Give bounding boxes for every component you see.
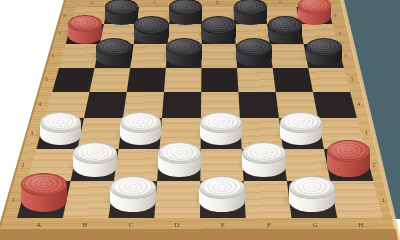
piece-black-f6[interactable] [236,38,272,66]
file-label-top-e: E [216,1,219,6]
piece-black-h6[interactable] [306,38,342,66]
piece-white-g1[interactable] [289,176,335,212]
rank-label-right-1: 1 [382,196,385,203]
file-label-top-g: G [279,1,282,6]
piece-white-d2[interactable] [158,142,202,176]
piece-top [199,176,245,199]
file-label-bottom-c: C [129,221,134,228]
piece-black-b6[interactable] [96,38,132,66]
piece-white-c3[interactable] [120,112,161,145]
rank-label-left-7: 7 [58,32,60,37]
piece-black-d6[interactable] [166,38,202,66]
rank-label-right-6: 6 [345,54,347,59]
piece-top [234,0,267,15]
piece-white-c1[interactable] [110,176,156,212]
rank-label-left-2: 2 [21,162,24,168]
piece-white-a3[interactable] [40,112,81,145]
piece-red-a1[interactable] [21,173,67,212]
scene: AABBCCDDEEFFGGHH8877665544332211 [0,0,400,240]
piece-white-b2[interactable] [73,142,117,176]
rank-label-left-5: 5 [45,77,48,82]
piece-red-h8[interactable] [298,0,331,25]
file-label-bottom-d: D [174,221,179,228]
piece-black-f8[interactable] [234,0,267,25]
file-label-top-c: C [153,1,156,6]
piece-top [289,176,335,199]
piece-top [40,112,81,133]
piece-top [201,16,235,33]
file-label-bottom-g: G [312,221,317,228]
piece-top [166,38,202,56]
rank-label-right-5: 5 [351,77,354,82]
piece-top [134,16,168,33]
rank-label-left-8: 8 [64,13,66,17]
piece-black-d8[interactable] [169,0,202,25]
piece-black-b8[interactable] [105,0,138,25]
file-label-bottom-f: F [267,221,271,228]
piece-black-g7[interactable] [268,16,302,43]
piece-top [68,15,102,32]
piece-top [268,16,302,33]
file-label-bottom-e: E [221,221,225,228]
rank-label-right-8: 8 [334,13,336,17]
rank-label-right-2: 2 [373,162,376,168]
piece-white-e3[interactable] [200,112,241,145]
piece-white-f2[interactable] [242,142,286,176]
rank-label-left-6: 6 [52,54,54,59]
rank-label-right-3: 3 [365,131,368,137]
piece-top [306,38,342,56]
file-label-top-a: A [90,1,93,6]
file-label-bottom-a: A [36,221,41,228]
piece-red-h2[interactable] [327,140,371,177]
piece-black-e7[interactable] [201,16,235,43]
piece-top [73,142,117,164]
piece-white-g3[interactable] [280,112,321,145]
rank-label-right-7: 7 [339,32,341,37]
piece-top [200,112,241,133]
piece-top [298,0,331,14]
rank-label-left-4: 4 [38,102,41,107]
piece-top [327,140,371,162]
rank-label-right-4: 4 [357,102,360,107]
piece-top [280,112,321,133]
file-label-bottom-b: B [83,221,88,228]
file-label-bottom-h: H [359,221,364,228]
piece-black-c7[interactable] [134,16,168,43]
piece-white-e1[interactable] [199,176,245,212]
piece-top [236,38,272,56]
piece-top [96,38,132,56]
piece-top [242,142,286,164]
piece-top [110,176,156,199]
piece-top [120,112,161,133]
